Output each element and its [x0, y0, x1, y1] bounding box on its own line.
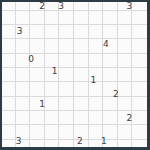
grid-cell-r9c7[interactable]: [103, 125, 117, 138]
grid-cell-r9c5[interactable]: [74, 125, 88, 138]
grid-cell-r0c2[interactable]: 2: [30, 2, 44, 10]
grid-cell-r8c2[interactable]: [30, 111, 44, 124]
grid-cell-r3c2[interactable]: [30, 39, 44, 52]
grid-cell-r7c2[interactable]: 1: [30, 97, 44, 110]
grid-cell-r8c1[interactable]: [16, 111, 30, 124]
grid-cell-r1c5[interactable]: [74, 11, 88, 24]
grid-cell-r1c0[interactable]: [2, 11, 15, 24]
grid-cell-r2c9[interactable]: [132, 25, 147, 38]
grid-cell-r9c8[interactable]: [118, 125, 132, 138]
grid-cell-r9c1[interactable]: [16, 125, 30, 138]
grid-cell-r1c3[interactable]: [45, 11, 59, 24]
grid-cell-r4c0[interactable]: [2, 54, 15, 67]
grid-cell-r8c8[interactable]: 2: [118, 111, 132, 124]
grid-cell-r3c1[interactable]: [16, 39, 30, 52]
grid-cell-r7c5[interactable]: [74, 97, 88, 110]
grid-cell-r7c7[interactable]: [103, 97, 117, 110]
grid-cell-r0c6[interactable]: [89, 2, 103, 10]
grid-cell-r5c6[interactable]: 1: [89, 68, 103, 81]
grid-cell-r7c4[interactable]: [59, 97, 73, 110]
grid-cell-r2c0[interactable]: [2, 25, 15, 38]
grid-cell-r7c1[interactable]: [16, 97, 30, 110]
grid-cell-r5c2[interactable]: [30, 68, 44, 81]
grid-cell-r10c1[interactable]: 3: [16, 140, 30, 147]
grid-cell-r10c6[interactable]: [89, 140, 103, 147]
grid-cell-r0c9[interactable]: [132, 2, 147, 10]
grid-cell-r3c8[interactable]: [118, 39, 132, 52]
grid-cell-r4c2[interactable]: 0: [30, 54, 44, 67]
clue-number: 3: [58, 1, 64, 10]
grid-cell-r8c3[interactable]: [45, 111, 59, 124]
grid-cell-r9c4[interactable]: [59, 125, 73, 138]
grid-cell-r6c4[interactable]: [59, 82, 73, 95]
grid-cell-r7c0[interactable]: [2, 97, 15, 110]
grid-cell-r5c1[interactable]: [16, 68, 30, 81]
grid-cell-r0c4[interactable]: 3: [59, 2, 73, 10]
grid-cell-r6c6[interactable]: [89, 82, 103, 95]
grid-cell-r3c5[interactable]: [74, 39, 88, 52]
grid-cell-r2c4[interactable]: [59, 25, 73, 38]
grid-cell-r9c9[interactable]: [132, 125, 147, 138]
grid-cell-r6c0[interactable]: [2, 82, 15, 95]
grid-cell-r5c9[interactable]: [132, 68, 147, 81]
grid-cell-r3c0[interactable]: [2, 39, 15, 52]
grid-cell-r7c9[interactable]: [132, 97, 147, 110]
grid-cell-r5c7[interactable]: [103, 68, 117, 81]
grid-cell-r3c7[interactable]: 4: [103, 39, 117, 52]
grid-cell-r1c9[interactable]: [132, 11, 147, 24]
grid-cell-r10c5[interactable]: 2: [74, 140, 88, 147]
clue-number: 4: [103, 39, 109, 48]
grid-cell-r0c7[interactable]: [103, 2, 117, 10]
grid-cell-r3c3[interactable]: [45, 39, 59, 52]
grid-cell-r6c9[interactable]: [132, 82, 147, 95]
grid-cell-r9c2[interactable]: [30, 125, 44, 138]
grid-cell-r3c6[interactable]: [89, 39, 103, 52]
grid-cell-r2c7[interactable]: [103, 25, 117, 38]
grid-cell-r5c5[interactable]: [74, 68, 88, 81]
grid-cell-r3c9[interactable]: [132, 39, 147, 52]
grid-cell-r6c8[interactable]: [118, 82, 132, 95]
grid-cell-r1c8[interactable]: [118, 11, 132, 24]
grid-cell-r7c3[interactable]: [45, 97, 59, 110]
clue-number: 1: [52, 66, 58, 75]
grid-cell-r10c2[interactable]: [30, 140, 44, 147]
grid-cell-r0c1[interactable]: [16, 2, 30, 10]
grid-cell-r4c1[interactable]: [16, 54, 30, 67]
grid-cell-r8c4[interactable]: [59, 111, 73, 124]
grid-cell-r1c2[interactable]: [30, 11, 44, 24]
grid-cell-r1c6[interactable]: [89, 11, 103, 24]
puzzle-board: 23334011212321: [0, 0, 150, 150]
grid-cell-r4c3[interactable]: [45, 54, 59, 67]
grid-cell-r6c2[interactable]: [30, 82, 44, 95]
grid-cell-r2c5[interactable]: [74, 25, 88, 38]
grid-cell-r7c8[interactable]: [118, 97, 132, 110]
grid-cell-r4c6[interactable]: [89, 54, 103, 67]
grid-cell-r7c6[interactable]: [89, 97, 103, 110]
grid-cell-r10c7[interactable]: 1: [103, 140, 117, 147]
grid-cell-r1c4[interactable]: [59, 11, 73, 24]
grid-cell-r8c5[interactable]: [74, 111, 88, 124]
grid-cell-r2c3[interactable]: [45, 25, 59, 38]
grid-cell-r1c7[interactable]: [103, 11, 117, 24]
grid-cell-r3c4[interactable]: [59, 39, 73, 52]
grid-cell-r2c2[interactable]: [30, 25, 44, 38]
grid-cell-r4c8[interactable]: [118, 54, 132, 67]
grid-cell-r0c3[interactable]: [45, 2, 59, 10]
grid-cell-r5c4[interactable]: [59, 68, 73, 81]
clue-number: 3: [17, 26, 23, 35]
grid-cell-r5c3[interactable]: 1: [45, 68, 59, 81]
grid-cell-r4c9[interactable]: [132, 54, 147, 67]
grid-cell-r6c3[interactable]: [45, 82, 59, 95]
grid-cell-r5c8[interactable]: [118, 68, 132, 81]
grid-cell-r0c0[interactable]: [2, 2, 15, 10]
grid-cell-r2c1[interactable]: 3: [16, 25, 30, 38]
grid-cell-r5c0[interactable]: [2, 68, 15, 81]
grid-cell-r8c0[interactable]: [2, 111, 15, 124]
grid-cell-r4c5[interactable]: [74, 54, 88, 67]
grid-cell-r6c1[interactable]: [16, 82, 30, 95]
puzzle-screenshot: 23334011212321: [0, 0, 150, 150]
grid-cell-r2c6[interactable]: [89, 25, 103, 38]
grid-cell-r10c0[interactable]: [2, 140, 15, 147]
grid-cell-r2c8[interactable]: [118, 25, 132, 38]
grid-cell-r4c4[interactable]: [59, 54, 73, 67]
grid-cell-r9c0[interactable]: [2, 125, 15, 138]
grid-cell-r1c1[interactable]: [16, 11, 30, 24]
grid-cell-r0c8[interactable]: 3: [118, 2, 132, 10]
grid-cell-r10c9[interactable]: [132, 140, 147, 147]
grid-cell-r10c4[interactable]: [59, 140, 73, 147]
grid-cell-r0c5[interactable]: [74, 2, 88, 10]
grid-cell-r8c9[interactable]: [132, 111, 147, 124]
grid-cell-r10c3[interactable]: [45, 140, 59, 147]
grid-cell-r9c6[interactable]: [89, 125, 103, 138]
grid-cell-r8c6[interactable]: [89, 111, 103, 124]
grid-cell-r4c7[interactable]: [103, 54, 117, 67]
grid-cell-r6c5[interactable]: [74, 82, 88, 95]
grid-cell-r9c3[interactable]: [45, 125, 59, 138]
grid-cell-r6c7[interactable]: 2: [103, 82, 117, 95]
grid-cell-r10c8[interactable]: [118, 140, 132, 147]
grid-cell-r8c7[interactable]: [103, 111, 117, 124]
